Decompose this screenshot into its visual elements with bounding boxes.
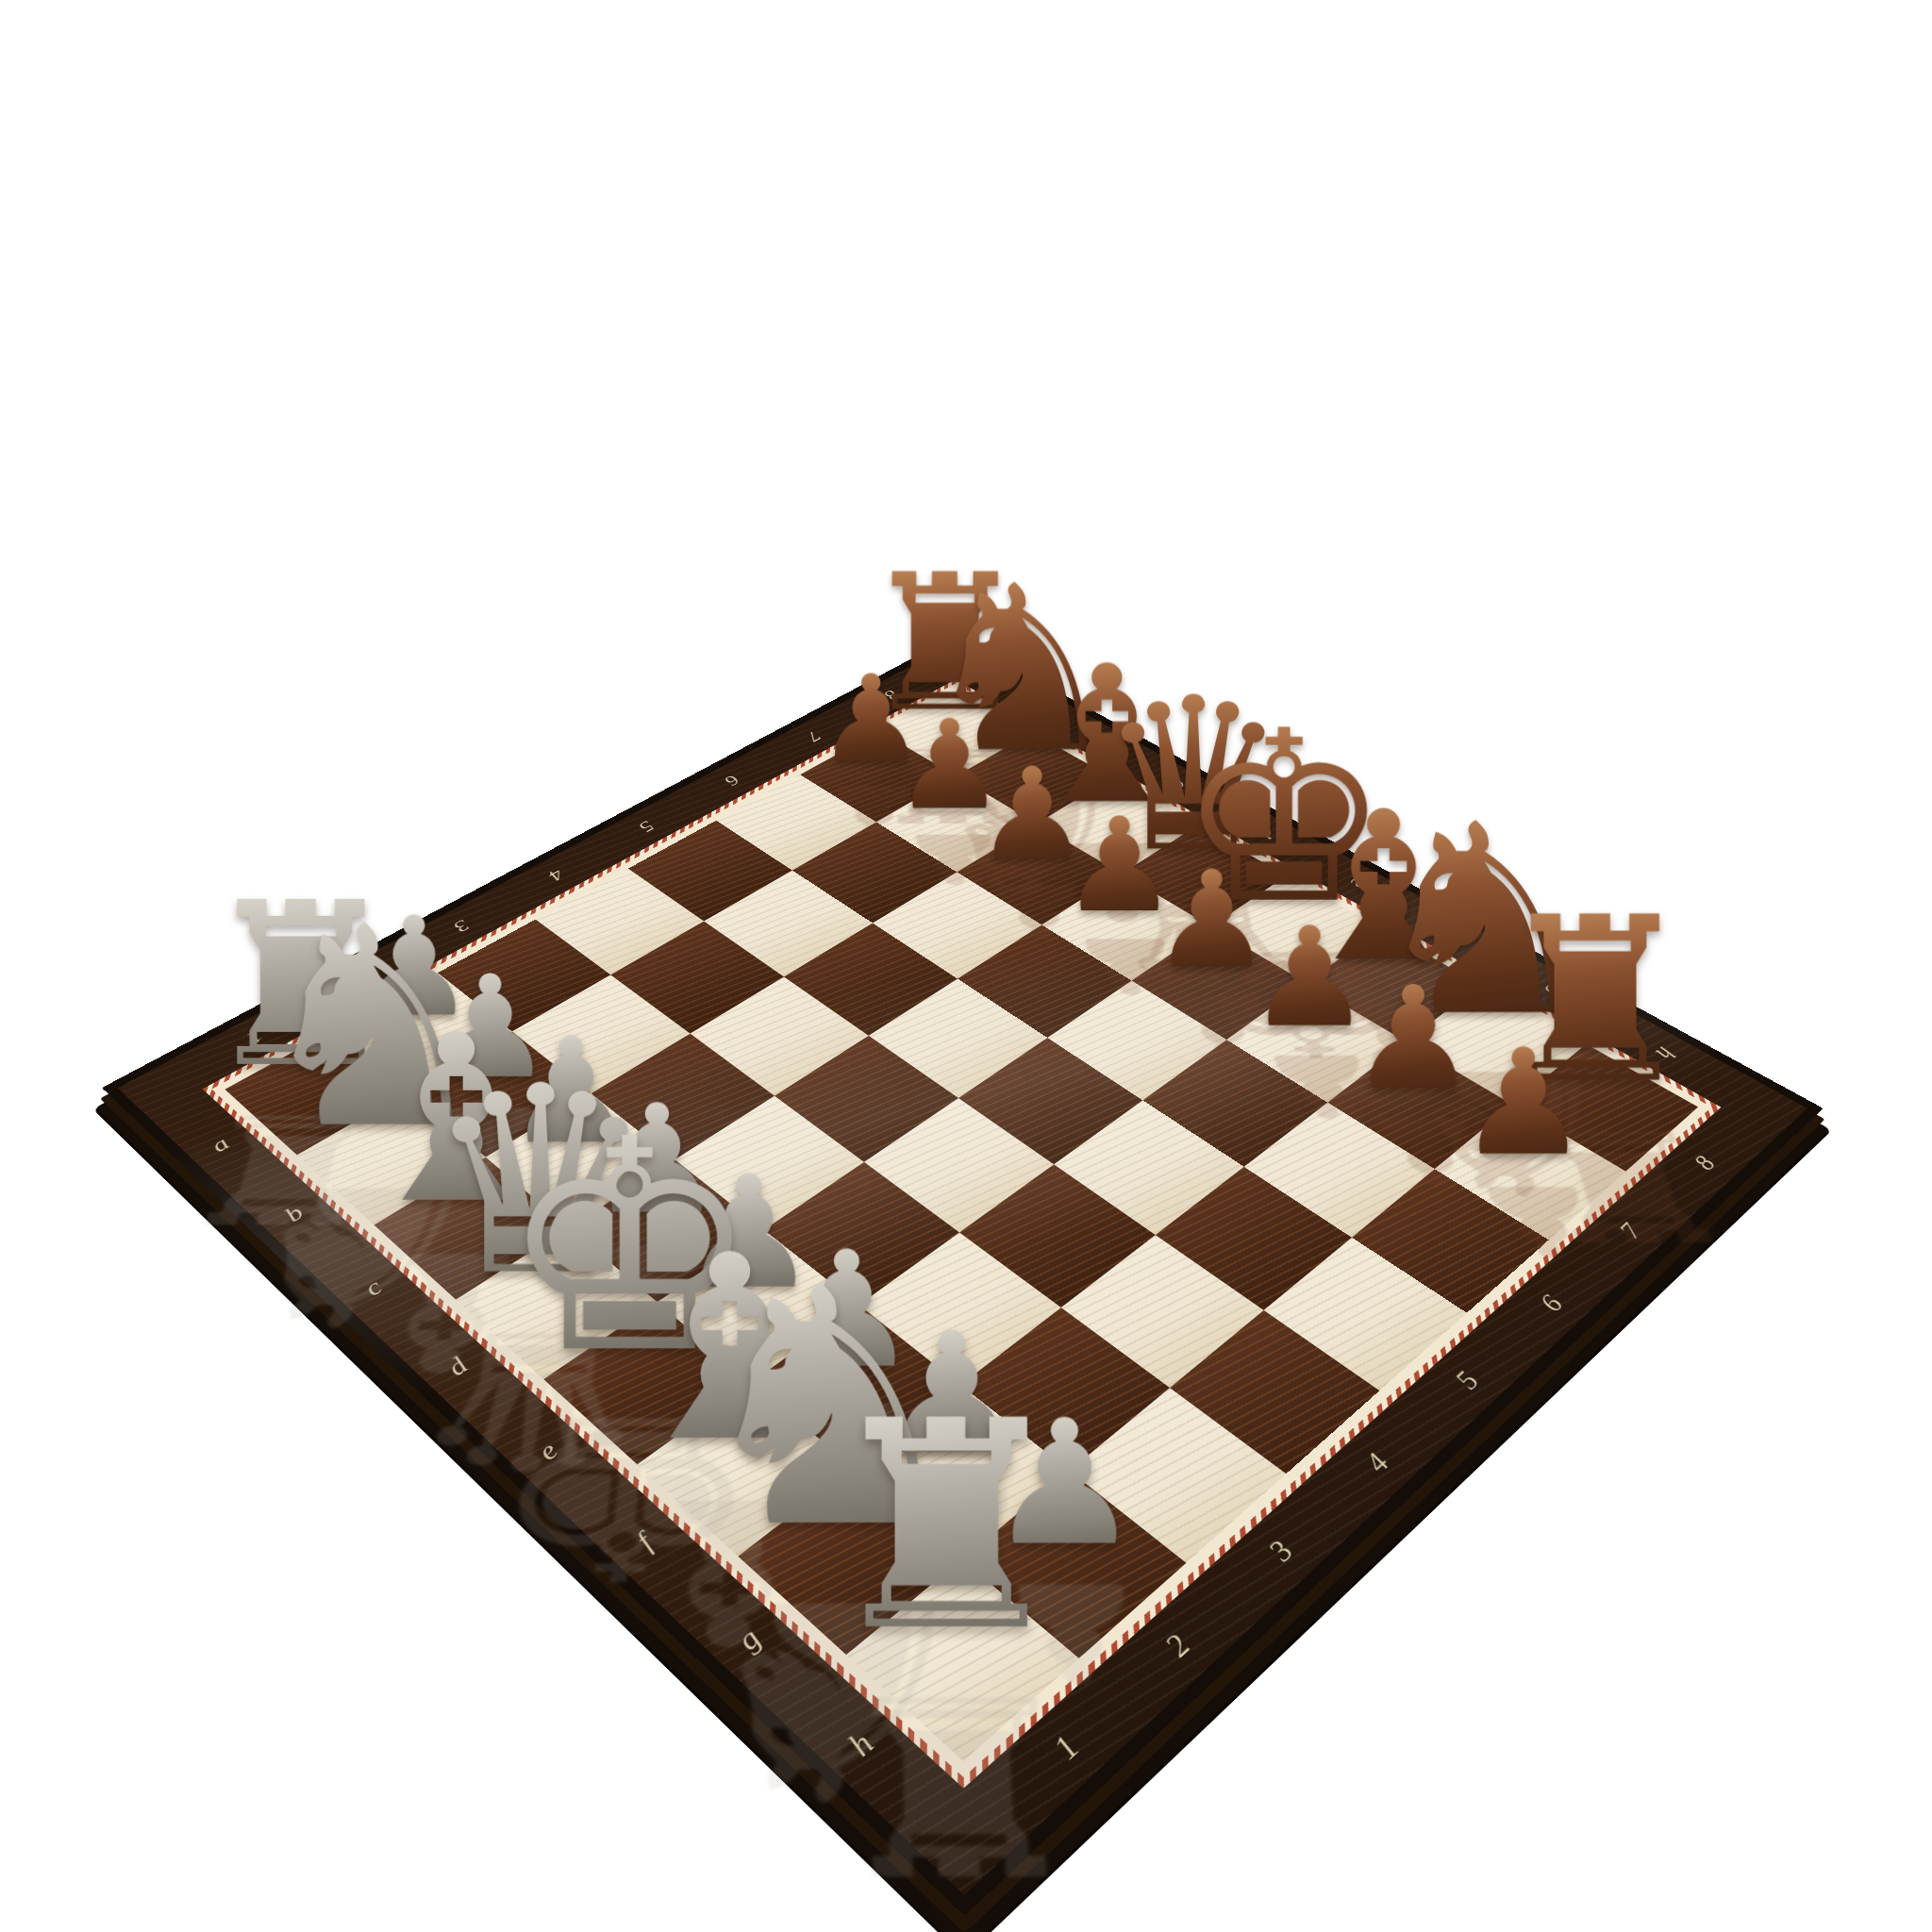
piece-reflection: ♜	[821, 1663, 1101, 1907]
square-h1: ♜♜	[846, 1559, 1078, 1761]
pawn-glyph-icon: ♟	[1457, 1029, 1589, 1175]
product-photo-scene: ♜♜♞♞♝♝♛♛♚♚♝♝♞♞♜♜♟♟♟♟♟♟♟♟♟♟♟♟♟♟♟♟♟♟♟♟♟♟♟♟…	[0, 0, 1932, 1932]
squares-grid: ♜♜♞♞♝♝♛♛♚♚♝♝♞♞♜♜♟♟♟♟♟♟♟♟♟♟♟♟♟♟♟♟♟♟♟♟♟♟♟♟…	[225, 690, 1698, 1761]
chess-board: ♜♜♞♞♝♝♛♛♚♚♝♝♞♞♜♜♟♟♟♟♟♟♟♟♟♟♟♟♟♟♟♟♟♟♟♟♟♟♟♟…	[102, 636, 1824, 1916]
rook-glyph-icon: ♜	[818, 1383, 1075, 1671]
board-face: ♜♜♞♞♝♝♛♛♚♚♝♝♞♞♜♜♟♟♟♟♟♟♟♟♟♟♟♟♟♟♟♟♟♟♟♟♟♟♟♟…	[102, 636, 1824, 1916]
